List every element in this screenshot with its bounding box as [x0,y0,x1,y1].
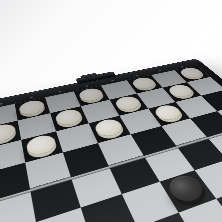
frame-dot [158,70,161,71]
photo-scene [0,0,222,222]
frame-dot [58,91,61,93]
white-man-h8[interactable] [178,67,206,80]
frame-dot [180,66,183,67]
checkers-board [0,66,222,222]
board-frame [0,59,222,222]
white-man-e7[interactable] [113,95,143,112]
frame-dot [111,80,114,82]
frame-dot [0,103,2,105]
frame-dot [135,75,138,76]
frame-dot [85,85,88,87]
hinge-clasp-icon [76,72,115,84]
white-man-c7[interactable] [54,108,84,127]
white-man-b6[interactable] [25,133,57,157]
board-wrapper [0,59,222,222]
white-man-d8[interactable] [77,87,105,103]
frame-dot [30,97,33,99]
white-man-d6[interactable] [93,117,126,138]
